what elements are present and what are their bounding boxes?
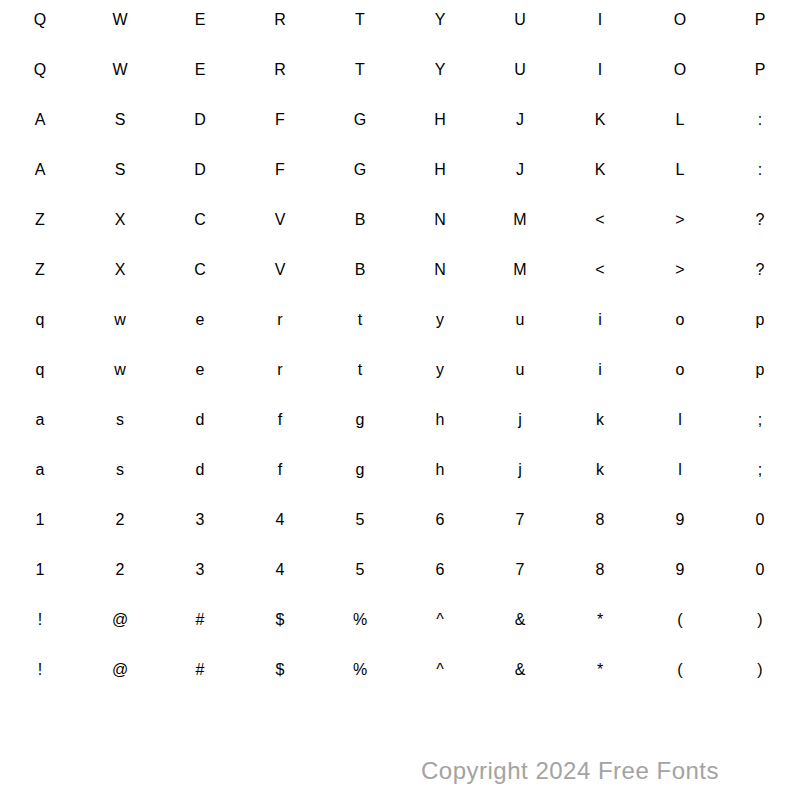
char-cell-reference-6-9: )	[720, 595, 800, 645]
char-cell-reference-6-7: *	[560, 595, 640, 645]
char-cell-reference-0-3: R	[240, 0, 320, 45]
sample-glyph: 4	[276, 561, 285, 579]
sample-glyph: K	[595, 161, 606, 179]
sample-glyph: 0	[756, 561, 765, 579]
char-cell-sample-5-9: 0	[720, 545, 800, 595]
char-cell-reference-3-9: p	[720, 295, 800, 345]
char-cell-sample-6-2: #	[160, 645, 240, 695]
char-cell-sample-1-2: D	[160, 145, 240, 195]
reference-glyph: #	[196, 611, 205, 629]
char-cell-sample-4-3: f	[240, 445, 320, 495]
char-cell-sample-5-0: 1	[0, 545, 80, 595]
char-cell-reference-5-7: 8	[560, 495, 640, 545]
char-cell-reference-1-7: K	[560, 95, 640, 145]
sample-glyph: P	[755, 61, 766, 79]
char-cell-reference-5-0: 1	[0, 495, 80, 545]
sample-glyph: 1	[36, 561, 45, 579]
char-cell-reference-1-5: H	[400, 95, 480, 145]
reference-glyph: S	[115, 111, 126, 129]
reference-glyph: d	[196, 411, 205, 429]
sample-glyph: @	[112, 661, 128, 679]
char-cell-sample-1-7: K	[560, 145, 640, 195]
sample-glyph: C	[194, 261, 206, 279]
char-cell-sample-2-2: C	[160, 245, 240, 295]
sample-glyph: s	[116, 461, 124, 479]
reference-glyph: e	[196, 311, 205, 329]
sample-glyph: 6	[436, 561, 445, 579]
char-cell-reference-0-7: I	[560, 0, 640, 45]
char-cell-reference-3-1: w	[80, 295, 160, 345]
reference-glyph: i	[598, 311, 602, 329]
sample-glyph: M	[513, 261, 526, 279]
char-cell-sample-0-4: T	[320, 45, 400, 95]
reference-glyph: ;	[758, 411, 762, 429]
sample-glyph: D	[194, 161, 206, 179]
reference-glyph: 8	[596, 511, 605, 529]
char-cell-reference-6-8: (	[640, 595, 720, 645]
char-cell-sample-1-1: S	[80, 145, 160, 195]
reference-glyph: J	[516, 111, 524, 129]
reference-glyph: &	[515, 611, 526, 629]
reference-glyph: u	[516, 311, 525, 329]
reference-glyph: D	[194, 111, 206, 129]
sample-glyph: d	[196, 461, 205, 479]
sample-glyph: O	[674, 61, 686, 79]
reference-glyph: L	[676, 111, 685, 129]
reference-glyph: Q	[34, 11, 46, 29]
sample-glyph: )	[757, 661, 762, 679]
char-cell-sample-5-8: 9	[640, 545, 720, 595]
sample-glyph: F	[275, 161, 285, 179]
sample-glyph: 8	[596, 561, 605, 579]
char-cell-reference-3-6: u	[480, 295, 560, 345]
sample-glyph: Y	[435, 61, 446, 79]
reference-glyph: K	[595, 111, 606, 129]
char-cell-reference-5-8: 9	[640, 495, 720, 545]
char-cell-reference-3-2: e	[160, 295, 240, 345]
sample-glyph: T	[355, 61, 365, 79]
sample-glyph: S	[115, 161, 126, 179]
char-cell-reference-2-0: Z	[0, 195, 80, 245]
reference-glyph: 1	[36, 511, 45, 529]
char-cell-reference-2-8: >	[640, 195, 720, 245]
reference-glyph: o	[676, 311, 685, 329]
char-cell-sample-1-4: G	[320, 145, 400, 195]
sample-glyph: *	[597, 661, 603, 679]
reference-glyph: y	[436, 311, 444, 329]
char-cell-reference-4-8: l	[640, 395, 720, 445]
sample-glyph: >	[675, 261, 684, 279]
sample-glyph: k	[596, 461, 604, 479]
char-cell-sample-0-3: R	[240, 45, 320, 95]
char-cell-reference-0-9: P	[720, 0, 800, 45]
reference-glyph: X	[115, 211, 126, 229]
char-cell-reference-3-3: r	[240, 295, 320, 345]
char-cell-reference-2-2: C	[160, 195, 240, 245]
reference-glyph: T	[355, 11, 365, 29]
char-cell-reference-3-8: o	[640, 295, 720, 345]
reference-glyph: R	[274, 11, 286, 29]
reference-glyph: F	[275, 111, 285, 129]
char-cell-sample-5-2: 3	[160, 545, 240, 595]
reference-glyph: Y	[435, 11, 446, 29]
char-cell-reference-5-2: 3	[160, 495, 240, 545]
sample-glyph: ^	[436, 661, 444, 679]
char-cell-reference-4-2: d	[160, 395, 240, 445]
reference-glyph: 7	[516, 511, 525, 529]
char-cell-sample-5-1: 2	[80, 545, 160, 595]
char-cell-sample-6-1: @	[80, 645, 160, 695]
char-cell-sample-4-4: g	[320, 445, 400, 495]
char-cell-reference-4-4: g	[320, 395, 400, 445]
sample-glyph: V	[275, 261, 286, 279]
reference-glyph: P	[755, 11, 766, 29]
sample-glyph: 7	[516, 561, 525, 579]
char-cell-reference-0-8: O	[640, 0, 720, 45]
sample-glyph: A	[35, 161, 46, 179]
char-cell-reference-2-9: ?	[720, 195, 800, 245]
char-cell-reference-1-3: F	[240, 95, 320, 145]
sample-glyph: J	[516, 161, 524, 179]
reference-glyph: 5	[356, 511, 365, 529]
char-cell-sample-3-8: o	[640, 345, 720, 395]
char-cell-sample-2-0: Z	[0, 245, 80, 295]
char-cell-sample-1-0: A	[0, 145, 80, 195]
reference-glyph: 6	[436, 511, 445, 529]
char-cell-sample-1-6: J	[480, 145, 560, 195]
char-cell-reference-1-0: A	[0, 95, 80, 145]
sample-glyph: I	[598, 61, 602, 79]
char-cell-reference-2-4: B	[320, 195, 400, 245]
char-cell-sample-0-5: Y	[400, 45, 480, 95]
char-cell-sample-3-1: w	[80, 345, 160, 395]
copyright-text: Copyright 2024 Free Fonts	[421, 757, 719, 785]
sample-glyph: H	[434, 161, 446, 179]
reference-glyph: U	[514, 11, 526, 29]
sample-glyph: W	[112, 61, 127, 79]
reference-glyph: <	[595, 211, 604, 229]
char-cell-reference-6-3: $	[240, 595, 320, 645]
char-cell-sample-0-9: P	[720, 45, 800, 95]
reference-glyph: G	[354, 111, 366, 129]
sample-glyph: %	[353, 661, 367, 679]
char-cell-reference-4-1: s	[80, 395, 160, 445]
char-cell-reference-5-9: 0	[720, 495, 800, 545]
char-cell-sample-0-6: U	[480, 45, 560, 95]
char-cell-sample-5-7: 8	[560, 545, 640, 595]
char-cell-reference-1-1: S	[80, 95, 160, 145]
char-cell-sample-6-3: $	[240, 645, 320, 695]
char-cell-reference-1-2: D	[160, 95, 240, 145]
char-cell-reference-5-5: 6	[400, 495, 480, 545]
reference-glyph: %	[353, 611, 367, 629]
reference-glyph: )	[757, 611, 762, 629]
char-cell-sample-2-4: B	[320, 245, 400, 295]
char-cell-reference-2-3: V	[240, 195, 320, 245]
char-cell-sample-1-8: L	[640, 145, 720, 195]
char-cell-sample-1-5: H	[400, 145, 480, 195]
char-cell-reference-0-0: Q	[0, 0, 80, 45]
char-cell-reference-5-3: 4	[240, 495, 320, 545]
reference-glyph: f	[278, 411, 282, 429]
char-cell-reference-4-3: f	[240, 395, 320, 445]
char-cell-reference-4-9: ;	[720, 395, 800, 445]
char-cell-sample-0-1: W	[80, 45, 160, 95]
reference-glyph: (	[677, 611, 682, 629]
char-cell-reference-4-6: j	[480, 395, 560, 445]
reference-glyph: I	[598, 11, 602, 29]
char-cell-sample-2-6: M	[480, 245, 560, 295]
char-cell-sample-0-7: I	[560, 45, 640, 95]
sample-glyph: q	[36, 361, 45, 379]
char-cell-sample-3-5: y	[400, 345, 480, 395]
sample-glyph: :	[758, 161, 762, 179]
reference-glyph: h	[436, 411, 445, 429]
char-cell-reference-0-4: T	[320, 0, 400, 45]
reference-glyph: H	[434, 111, 446, 129]
sample-glyph: g	[356, 461, 365, 479]
char-cell-reference-6-5: ^	[400, 595, 480, 645]
reference-glyph: t	[358, 311, 362, 329]
reference-glyph: O	[674, 11, 686, 29]
char-cell-reference-2-1: X	[80, 195, 160, 245]
reference-glyph: B	[355, 211, 366, 229]
sample-glyph: y	[436, 361, 444, 379]
sample-glyph: Q	[34, 61, 46, 79]
reference-glyph: s	[116, 411, 124, 429]
reference-glyph: 4	[276, 511, 285, 529]
char-cell-sample-0-0: Q	[0, 45, 80, 95]
char-cell-sample-4-6: j	[480, 445, 560, 495]
reference-glyph: !	[38, 611, 42, 629]
sample-glyph: L	[676, 161, 685, 179]
reference-glyph: @	[112, 611, 128, 629]
reference-glyph: 3	[196, 511, 205, 529]
reference-glyph: A	[35, 111, 46, 129]
reference-glyph: q	[36, 311, 45, 329]
char-cell-reference-3-4: t	[320, 295, 400, 345]
reference-glyph: N	[434, 211, 446, 229]
font-specimen-page: QWERTYUIOPQWERTYUIOPASDFGHJKL:ASDFGHJKL:…	[0, 0, 800, 800]
char-cell-sample-2-3: V	[240, 245, 320, 295]
char-cell-sample-4-5: h	[400, 445, 480, 495]
reference-glyph: p	[756, 311, 765, 329]
char-cell-reference-1-9: :	[720, 95, 800, 145]
reference-glyph: :	[758, 111, 762, 129]
char-cell-reference-0-6: U	[480, 0, 560, 45]
char-cell-sample-3-7: i	[560, 345, 640, 395]
char-cell-sample-0-8: O	[640, 45, 720, 95]
sample-glyph: ?	[756, 261, 765, 279]
char-cell-sample-2-8: >	[640, 245, 720, 295]
reference-glyph: ^	[436, 611, 444, 629]
sample-glyph: G	[354, 161, 366, 179]
char-cell-sample-5-5: 6	[400, 545, 480, 595]
char-cell-sample-6-7: *	[560, 645, 640, 695]
char-cell-sample-3-4: t	[320, 345, 400, 395]
char-cell-reference-2-6: M	[480, 195, 560, 245]
reference-glyph: V	[275, 211, 286, 229]
reference-glyph: j	[518, 411, 522, 429]
reference-glyph: E	[195, 11, 206, 29]
sample-glyph: o	[676, 361, 685, 379]
reference-glyph: W	[112, 11, 127, 29]
sample-glyph: (	[677, 661, 682, 679]
sample-glyph: a	[36, 461, 45, 479]
sample-glyph: i	[598, 361, 602, 379]
char-cell-reference-0-5: Y	[400, 0, 480, 45]
char-cell-reference-6-0: !	[0, 595, 80, 645]
char-cell-reference-5-6: 7	[480, 495, 560, 545]
char-cell-sample-6-9: )	[720, 645, 800, 695]
reference-glyph: g	[356, 411, 365, 429]
reference-glyph: C	[194, 211, 206, 229]
char-cell-sample-2-9: ?	[720, 245, 800, 295]
sample-glyph: f	[278, 461, 282, 479]
char-cell-reference-2-5: N	[400, 195, 480, 245]
char-cell-sample-6-4: %	[320, 645, 400, 695]
char-cell-sample-4-8: l	[640, 445, 720, 495]
char-cell-sample-5-4: 5	[320, 545, 400, 595]
sample-glyph: j	[518, 461, 522, 479]
sample-glyph: ;	[758, 461, 762, 479]
reference-glyph: Z	[35, 211, 45, 229]
reference-glyph: *	[597, 611, 603, 629]
reference-glyph: r	[277, 311, 282, 329]
sample-glyph: E	[195, 61, 206, 79]
char-cell-reference-4-7: k	[560, 395, 640, 445]
sample-glyph: t	[358, 361, 362, 379]
char-cell-reference-0-1: W	[80, 0, 160, 45]
char-cell-sample-3-2: e	[160, 345, 240, 395]
sample-glyph: p	[756, 361, 765, 379]
char-cell-sample-6-5: ^	[400, 645, 480, 695]
char-cell-reference-3-7: i	[560, 295, 640, 345]
sample-glyph: !	[38, 661, 42, 679]
char-cell-sample-4-1: s	[80, 445, 160, 495]
char-cell-sample-5-6: 7	[480, 545, 560, 595]
char-cell-sample-4-7: k	[560, 445, 640, 495]
sample-glyph: e	[196, 361, 205, 379]
char-cell-sample-6-0: !	[0, 645, 80, 695]
char-cell-reference-1-6: J	[480, 95, 560, 145]
sample-glyph: R	[274, 61, 286, 79]
char-cell-reference-5-4: 5	[320, 495, 400, 545]
sample-glyph: N	[434, 261, 446, 279]
sample-glyph: l	[678, 461, 682, 479]
sample-glyph: 5	[356, 561, 365, 579]
char-cell-reference-2-7: <	[560, 195, 640, 245]
char-cell-reference-0-2: E	[160, 0, 240, 45]
char-cell-reference-1-4: G	[320, 95, 400, 145]
char-cell-sample-6-6: &	[480, 645, 560, 695]
char-cell-sample-2-7: <	[560, 245, 640, 295]
char-cell-reference-6-6: &	[480, 595, 560, 645]
char-cell-sample-4-2: d	[160, 445, 240, 495]
char-cell-sample-0-2: E	[160, 45, 240, 95]
char-cell-reference-6-1: @	[80, 595, 160, 645]
char-cell-sample-5-3: 4	[240, 545, 320, 595]
sample-glyph: w	[114, 361, 126, 379]
sample-glyph: $	[276, 661, 285, 679]
reference-glyph: ?	[756, 211, 765, 229]
char-cell-reference-3-5: y	[400, 295, 480, 345]
reference-glyph: 0	[756, 511, 765, 529]
char-cell-reference-1-8: L	[640, 95, 720, 145]
reference-glyph: l	[678, 411, 682, 429]
sample-glyph: 2	[116, 561, 125, 579]
sample-glyph: Z	[35, 261, 45, 279]
char-cell-reference-5-1: 2	[80, 495, 160, 545]
char-cell-sample-1-3: F	[240, 145, 320, 195]
char-cell-reference-3-0: q	[0, 295, 80, 345]
sample-glyph: X	[115, 261, 126, 279]
reference-glyph: 9	[676, 511, 685, 529]
char-cell-sample-6-8: (	[640, 645, 720, 695]
reference-glyph: w	[114, 311, 126, 329]
sample-glyph: U	[514, 61, 526, 79]
char-cell-sample-1-9: :	[720, 145, 800, 195]
reference-glyph: 2	[116, 511, 125, 529]
reference-glyph: M	[513, 211, 526, 229]
char-cell-sample-3-6: u	[480, 345, 560, 395]
char-cell-reference-6-4: %	[320, 595, 400, 645]
reference-glyph: $	[276, 611, 285, 629]
reference-glyph: >	[675, 211, 684, 229]
char-cell-sample-4-0: a	[0, 445, 80, 495]
sample-glyph: r	[277, 361, 282, 379]
character-map-grid: QWERTYUIOPQWERTYUIOPASDFGHJKL:ASDFGHJKL:…	[0, 0, 800, 695]
sample-glyph: h	[436, 461, 445, 479]
sample-glyph: 3	[196, 561, 205, 579]
sample-glyph: &	[515, 661, 526, 679]
sample-glyph: <	[595, 261, 604, 279]
sample-glyph: 9	[676, 561, 685, 579]
reference-glyph: a	[36, 411, 45, 429]
char-cell-sample-2-5: N	[400, 245, 480, 295]
char-cell-reference-4-5: h	[400, 395, 480, 445]
char-cell-sample-3-3: r	[240, 345, 320, 395]
char-cell-sample-2-1: X	[80, 245, 160, 295]
sample-glyph: u	[516, 361, 525, 379]
char-cell-sample-4-9: ;	[720, 445, 800, 495]
sample-glyph: B	[355, 261, 366, 279]
char-cell-sample-3-0: q	[0, 345, 80, 395]
char-cell-sample-3-9: p	[720, 345, 800, 395]
char-cell-reference-6-2: #	[160, 595, 240, 645]
sample-glyph: #	[196, 661, 205, 679]
char-cell-reference-4-0: a	[0, 395, 80, 445]
reference-glyph: k	[596, 411, 604, 429]
